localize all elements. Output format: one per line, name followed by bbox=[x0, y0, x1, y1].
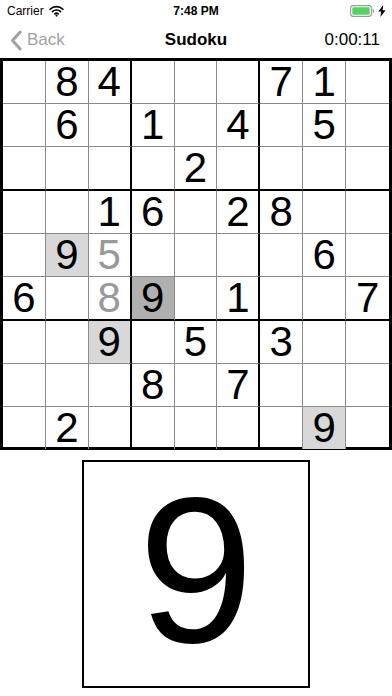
cell-r8c8[interactable] bbox=[303, 364, 346, 407]
cell-r5c5[interactable] bbox=[175, 234, 218, 277]
cell-r6c9[interactable]: 7 bbox=[346, 277, 389, 321]
cell-r6c4[interactable]: 9 bbox=[132, 277, 175, 321]
cell-r6c2[interactable] bbox=[46, 277, 89, 321]
cell-r1c4[interactable] bbox=[132, 61, 175, 104]
cell-r8c2[interactable] bbox=[46, 364, 89, 407]
cell-r1c7[interactable]: 7 bbox=[260, 61, 303, 104]
cell-r5c8[interactable]: 6 bbox=[303, 234, 346, 277]
cell-r1c2[interactable]: 8 bbox=[46, 61, 89, 104]
cell-r7c4[interactable] bbox=[132, 321, 175, 364]
cell-r7c5[interactable]: 5 bbox=[175, 321, 218, 364]
cell-r9c6[interactable] bbox=[217, 407, 260, 449]
cell-r5c9[interactable] bbox=[346, 234, 389, 277]
cell-r2c7[interactable] bbox=[260, 104, 303, 147]
cell-r8c5[interactable] bbox=[175, 364, 218, 407]
cell-r9c3[interactable] bbox=[89, 407, 132, 449]
cell-r1c8[interactable]: 1 bbox=[303, 61, 346, 104]
cell-r2c6[interactable]: 4 bbox=[217, 104, 260, 147]
cell-r6c5[interactable] bbox=[175, 277, 218, 321]
timer-label: 0:00:11 bbox=[325, 30, 380, 50]
clock-label: 7:48 PM bbox=[0, 4, 392, 18]
cell-r4c6[interactable]: 2 bbox=[217, 191, 260, 234]
cell-r8c7[interactable] bbox=[260, 364, 303, 407]
cell-r9c4[interactable] bbox=[132, 407, 175, 449]
cell-r2c5[interactable] bbox=[175, 104, 218, 147]
cell-r4c9[interactable] bbox=[346, 191, 389, 234]
cell-r6c7[interactable] bbox=[260, 277, 303, 321]
cell-r5c4[interactable] bbox=[132, 234, 175, 277]
cell-r7c2[interactable] bbox=[46, 321, 89, 364]
cell-r7c1[interactable] bbox=[3, 321, 46, 364]
nav-bar: Back Sudoku 0:00:11 bbox=[0, 22, 392, 58]
cell-r2c1[interactable] bbox=[3, 104, 46, 147]
cell-r1c6[interactable] bbox=[217, 61, 260, 104]
cell-r4c2[interactable] bbox=[46, 191, 89, 234]
cell-r6c1[interactable]: 6 bbox=[3, 277, 46, 321]
cell-r3c4[interactable] bbox=[132, 147, 175, 191]
cell-r2c8[interactable]: 5 bbox=[303, 104, 346, 147]
cell-r7c7[interactable]: 3 bbox=[260, 321, 303, 364]
cell-r6c6[interactable]: 1 bbox=[217, 277, 260, 321]
back-button[interactable]: Back bbox=[10, 30, 65, 51]
cell-r7c3[interactable]: 9 bbox=[89, 321, 132, 364]
cell-r7c6[interactable] bbox=[217, 321, 260, 364]
cell-r6c8[interactable] bbox=[303, 277, 346, 321]
cell-r4c5[interactable] bbox=[175, 191, 218, 234]
cell-r3c3[interactable] bbox=[89, 147, 132, 191]
cell-r9c2[interactable]: 2 bbox=[46, 407, 89, 449]
cell-r8c3[interactable] bbox=[89, 364, 132, 407]
cell-r7c8[interactable] bbox=[303, 321, 346, 364]
cell-r4c7[interactable]: 8 bbox=[260, 191, 303, 234]
cell-r8c6[interactable]: 7 bbox=[217, 364, 260, 407]
cell-r7c9[interactable] bbox=[346, 321, 389, 364]
cell-r4c3[interactable]: 1 bbox=[89, 191, 132, 234]
cell-r8c9[interactable] bbox=[346, 364, 389, 407]
cell-r1c1[interactable] bbox=[3, 61, 46, 104]
cell-r2c2[interactable]: 6 bbox=[46, 104, 89, 147]
cell-r2c4[interactable]: 1 bbox=[132, 104, 175, 147]
cell-r5c1[interactable] bbox=[3, 234, 46, 277]
back-label: Back bbox=[27, 30, 65, 50]
cell-r3c2[interactable] bbox=[46, 147, 89, 191]
cell-r3c6[interactable] bbox=[217, 147, 260, 191]
cell-r9c7[interactable] bbox=[260, 407, 303, 449]
cell-r4c4[interactable]: 6 bbox=[132, 191, 175, 234]
cell-r3c8[interactable] bbox=[303, 147, 346, 191]
picker-area: 9 bbox=[0, 460, 392, 688]
cell-r9c5[interactable] bbox=[175, 407, 218, 449]
cell-r9c1[interactable] bbox=[3, 407, 46, 449]
cell-r4c1[interactable] bbox=[3, 191, 46, 234]
cell-r5c7[interactable] bbox=[260, 234, 303, 277]
cell-r6c3[interactable]: 8 bbox=[89, 277, 132, 321]
cell-r9c9[interactable] bbox=[346, 407, 389, 449]
cell-r5c6[interactable] bbox=[217, 234, 260, 277]
cell-r2c9[interactable] bbox=[346, 104, 389, 147]
cell-r1c5[interactable] bbox=[175, 61, 218, 104]
cell-r3c5[interactable]: 2 bbox=[175, 147, 218, 191]
cell-r3c9[interactable] bbox=[346, 147, 389, 191]
status-bar: Carrier 7:48 PM bbox=[0, 0, 392, 22]
cell-r8c1[interactable] bbox=[3, 364, 46, 407]
cell-r1c9[interactable] bbox=[346, 61, 389, 104]
cell-r5c2[interactable]: 9 bbox=[46, 234, 89, 277]
number-picker[interactable]: 9 bbox=[82, 460, 310, 688]
cell-r8c4[interactable]: 8 bbox=[132, 364, 175, 407]
cell-r4c8[interactable] bbox=[303, 191, 346, 234]
cell-r2c3[interactable] bbox=[89, 104, 132, 147]
cell-r3c7[interactable] bbox=[260, 147, 303, 191]
cell-r3c1[interactable] bbox=[3, 147, 46, 191]
cell-r5c3[interactable]: 5 bbox=[89, 234, 132, 277]
back-chevron-icon bbox=[10, 30, 22, 51]
sudoku-board: 8471614521628956689179538729 bbox=[0, 58, 392, 450]
picker-value: 9 bbox=[138, 466, 254, 674]
cell-r1c3[interactable]: 4 bbox=[89, 61, 132, 104]
cell-r9c8[interactable]: 9 bbox=[303, 407, 346, 449]
